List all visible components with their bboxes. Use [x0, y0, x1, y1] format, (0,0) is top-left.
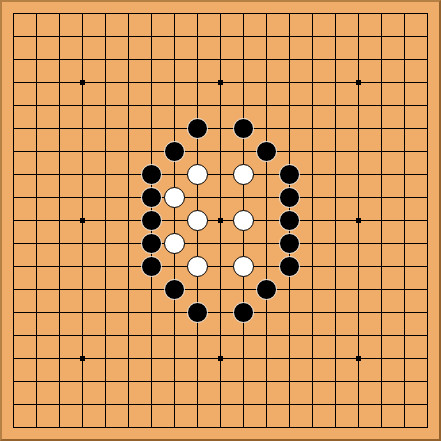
point-F19[interactable]: [117, 2, 140, 25]
point-A16[interactable]: [2, 71, 25, 94]
point-N5[interactable]: [278, 324, 301, 347]
point-L5[interactable]: [232, 324, 255, 347]
point-D10[interactable]: [71, 209, 94, 232]
point-R11[interactable]: [370, 186, 393, 209]
point-C12[interactable]: [48, 163, 71, 186]
point-A11[interactable]: [2, 186, 25, 209]
point-H17[interactable]: [163, 48, 186, 71]
point-L6[interactable]: [232, 301, 255, 324]
point-S17[interactable]: [393, 48, 416, 71]
point-L3[interactable]: [232, 370, 255, 393]
point-O15[interactable]: [301, 94, 324, 117]
point-T18[interactable]: [416, 25, 439, 48]
point-E15[interactable]: [94, 94, 117, 117]
point-Q8[interactable]: [347, 255, 370, 278]
point-N13[interactable]: [278, 140, 301, 163]
point-J16[interactable]: [186, 71, 209, 94]
point-M15[interactable]: [255, 94, 278, 117]
point-M6[interactable]: [255, 301, 278, 324]
point-S2[interactable]: [393, 393, 416, 416]
point-O8[interactable]: [301, 255, 324, 278]
point-C6[interactable]: [48, 301, 71, 324]
point-N1[interactable]: [278, 416, 301, 439]
point-S16[interactable]: [393, 71, 416, 94]
point-B11[interactable]: [25, 186, 48, 209]
point-A19[interactable]: [2, 2, 25, 25]
point-H11[interactable]: [163, 186, 186, 209]
point-J14[interactable]: [186, 117, 209, 140]
point-R13[interactable]: [370, 140, 393, 163]
point-L2[interactable]: [232, 393, 255, 416]
point-C17[interactable]: [48, 48, 71, 71]
point-P7[interactable]: [324, 278, 347, 301]
point-O1[interactable]: [301, 416, 324, 439]
point-H7[interactable]: [163, 278, 186, 301]
point-L10[interactable]: [232, 209, 255, 232]
point-J19[interactable]: [186, 2, 209, 25]
point-D16[interactable]: [71, 71, 94, 94]
point-L9[interactable]: [232, 232, 255, 255]
point-C7[interactable]: [48, 278, 71, 301]
point-S15[interactable]: [393, 94, 416, 117]
point-Q5[interactable]: [347, 324, 370, 347]
point-T10[interactable]: [416, 209, 439, 232]
point-A12[interactable]: [2, 163, 25, 186]
point-F4[interactable]: [117, 347, 140, 370]
point-A6[interactable]: [2, 301, 25, 324]
point-A14[interactable]: [2, 117, 25, 140]
point-B3[interactable]: [25, 370, 48, 393]
point-C2[interactable]: [48, 393, 71, 416]
point-P6[interactable]: [324, 301, 347, 324]
point-A7[interactable]: [2, 278, 25, 301]
point-T13[interactable]: [416, 140, 439, 163]
point-K2[interactable]: [209, 393, 232, 416]
point-G7[interactable]: [140, 278, 163, 301]
point-K18[interactable]: [209, 25, 232, 48]
point-R17[interactable]: [370, 48, 393, 71]
point-T19[interactable]: [416, 2, 439, 25]
point-J10[interactable]: [186, 209, 209, 232]
point-D5[interactable]: [71, 324, 94, 347]
point-C11[interactable]: [48, 186, 71, 209]
point-Q18[interactable]: [347, 25, 370, 48]
point-E11[interactable]: [94, 186, 117, 209]
point-G11[interactable]: [140, 186, 163, 209]
point-Q13[interactable]: [347, 140, 370, 163]
point-K19[interactable]: [209, 2, 232, 25]
point-J12[interactable]: [186, 163, 209, 186]
point-R1[interactable]: [370, 416, 393, 439]
point-L16[interactable]: [232, 71, 255, 94]
point-T17[interactable]: [416, 48, 439, 71]
point-L1[interactable]: [232, 416, 255, 439]
point-O10[interactable]: [301, 209, 324, 232]
point-P9[interactable]: [324, 232, 347, 255]
point-G15[interactable]: [140, 94, 163, 117]
point-R16[interactable]: [370, 71, 393, 94]
point-Q4[interactable]: [347, 347, 370, 370]
point-E12[interactable]: [94, 163, 117, 186]
point-L14[interactable]: [232, 117, 255, 140]
point-F14[interactable]: [117, 117, 140, 140]
point-N6[interactable]: [278, 301, 301, 324]
point-Q1[interactable]: [347, 416, 370, 439]
point-M16[interactable]: [255, 71, 278, 94]
point-C16[interactable]: [48, 71, 71, 94]
point-F11[interactable]: [117, 186, 140, 209]
point-H9[interactable]: [163, 232, 186, 255]
point-S1[interactable]: [393, 416, 416, 439]
point-R5[interactable]: [370, 324, 393, 347]
point-R2[interactable]: [370, 393, 393, 416]
point-Q10[interactable]: [347, 209, 370, 232]
point-T12[interactable]: [416, 163, 439, 186]
point-N4[interactable]: [278, 347, 301, 370]
point-F6[interactable]: [117, 301, 140, 324]
point-J1[interactable]: [186, 416, 209, 439]
point-C5[interactable]: [48, 324, 71, 347]
point-K6[interactable]: [209, 301, 232, 324]
point-D11[interactable]: [71, 186, 94, 209]
point-D18[interactable]: [71, 25, 94, 48]
point-G17[interactable]: [140, 48, 163, 71]
point-S14[interactable]: [393, 117, 416, 140]
point-J17[interactable]: [186, 48, 209, 71]
point-K7[interactable]: [209, 278, 232, 301]
point-E8[interactable]: [94, 255, 117, 278]
point-D7[interactable]: [71, 278, 94, 301]
point-J4[interactable]: [186, 347, 209, 370]
point-D8[interactable]: [71, 255, 94, 278]
point-M8[interactable]: [255, 255, 278, 278]
point-J8[interactable]: [186, 255, 209, 278]
point-L12[interactable]: [232, 163, 255, 186]
point-C3[interactable]: [48, 370, 71, 393]
point-R15[interactable]: [370, 94, 393, 117]
point-A1[interactable]: [2, 416, 25, 439]
point-B9[interactable]: [25, 232, 48, 255]
point-P1[interactable]: [324, 416, 347, 439]
point-K12[interactable]: [209, 163, 232, 186]
point-F5[interactable]: [117, 324, 140, 347]
point-G9[interactable]: [140, 232, 163, 255]
point-O14[interactable]: [301, 117, 324, 140]
point-C1[interactable]: [48, 416, 71, 439]
point-E14[interactable]: [94, 117, 117, 140]
point-P18[interactable]: [324, 25, 347, 48]
point-F9[interactable]: [117, 232, 140, 255]
point-O16[interactable]: [301, 71, 324, 94]
point-H6[interactable]: [163, 301, 186, 324]
point-E16[interactable]: [94, 71, 117, 94]
point-K9[interactable]: [209, 232, 232, 255]
point-J15[interactable]: [186, 94, 209, 117]
point-M18[interactable]: [255, 25, 278, 48]
point-S7[interactable]: [393, 278, 416, 301]
point-K3[interactable]: [209, 370, 232, 393]
point-Q12[interactable]: [347, 163, 370, 186]
point-K13[interactable]: [209, 140, 232, 163]
point-J18[interactable]: [186, 25, 209, 48]
point-B8[interactable]: [25, 255, 48, 278]
point-O17[interactable]: [301, 48, 324, 71]
point-N15[interactable]: [278, 94, 301, 117]
point-A4[interactable]: [2, 347, 25, 370]
point-N17[interactable]: [278, 48, 301, 71]
point-B12[interactable]: [25, 163, 48, 186]
point-E3[interactable]: [94, 370, 117, 393]
point-B2[interactable]: [25, 393, 48, 416]
point-G14[interactable]: [140, 117, 163, 140]
point-R12[interactable]: [370, 163, 393, 186]
point-T7[interactable]: [416, 278, 439, 301]
point-F1[interactable]: [117, 416, 140, 439]
point-D3[interactable]: [71, 370, 94, 393]
point-M11[interactable]: [255, 186, 278, 209]
point-J6[interactable]: [186, 301, 209, 324]
point-A15[interactable]: [2, 94, 25, 117]
point-Q3[interactable]: [347, 370, 370, 393]
point-M12[interactable]: [255, 163, 278, 186]
point-O3[interactable]: [301, 370, 324, 393]
point-K8[interactable]: [209, 255, 232, 278]
point-E1[interactable]: [94, 416, 117, 439]
point-L13[interactable]: [232, 140, 255, 163]
point-B4[interactable]: [25, 347, 48, 370]
point-Q11[interactable]: [347, 186, 370, 209]
point-G2[interactable]: [140, 393, 163, 416]
point-N16[interactable]: [278, 71, 301, 94]
point-P15[interactable]: [324, 94, 347, 117]
point-N7[interactable]: [278, 278, 301, 301]
point-A2[interactable]: [2, 393, 25, 416]
point-P11[interactable]: [324, 186, 347, 209]
point-J3[interactable]: [186, 370, 209, 393]
point-K17[interactable]: [209, 48, 232, 71]
point-F2[interactable]: [117, 393, 140, 416]
point-Q9[interactable]: [347, 232, 370, 255]
point-P17[interactable]: [324, 48, 347, 71]
point-R8[interactable]: [370, 255, 393, 278]
point-S19[interactable]: [393, 2, 416, 25]
point-T3[interactable]: [416, 370, 439, 393]
point-S6[interactable]: [393, 301, 416, 324]
point-P13[interactable]: [324, 140, 347, 163]
point-R4[interactable]: [370, 347, 393, 370]
point-P3[interactable]: [324, 370, 347, 393]
point-T5[interactable]: [416, 324, 439, 347]
point-N9[interactable]: [278, 232, 301, 255]
point-H15[interactable]: [163, 94, 186, 117]
point-F3[interactable]: [117, 370, 140, 393]
point-C10[interactable]: [48, 209, 71, 232]
point-H18[interactable]: [163, 25, 186, 48]
point-R7[interactable]: [370, 278, 393, 301]
point-A10[interactable]: [2, 209, 25, 232]
point-T9[interactable]: [416, 232, 439, 255]
point-E10[interactable]: [94, 209, 117, 232]
point-L4[interactable]: [232, 347, 255, 370]
point-F12[interactable]: [117, 163, 140, 186]
point-F13[interactable]: [117, 140, 140, 163]
point-Q16[interactable]: [347, 71, 370, 94]
point-F8[interactable]: [117, 255, 140, 278]
point-C4[interactable]: [48, 347, 71, 370]
point-S5[interactable]: [393, 324, 416, 347]
point-S4[interactable]: [393, 347, 416, 370]
point-P8[interactable]: [324, 255, 347, 278]
point-N2[interactable]: [278, 393, 301, 416]
point-E6[interactable]: [94, 301, 117, 324]
point-T4[interactable]: [416, 347, 439, 370]
point-J9[interactable]: [186, 232, 209, 255]
point-K16[interactable]: [209, 71, 232, 94]
point-N10[interactable]: [278, 209, 301, 232]
point-C14[interactable]: [48, 117, 71, 140]
point-T1[interactable]: [416, 416, 439, 439]
point-O2[interactable]: [301, 393, 324, 416]
point-F17[interactable]: [117, 48, 140, 71]
point-S10[interactable]: [393, 209, 416, 232]
point-J2[interactable]: [186, 393, 209, 416]
point-B16[interactable]: [25, 71, 48, 94]
point-C15[interactable]: [48, 94, 71, 117]
point-S3[interactable]: [393, 370, 416, 393]
point-O5[interactable]: [301, 324, 324, 347]
point-L15[interactable]: [232, 94, 255, 117]
point-K1[interactable]: [209, 416, 232, 439]
point-N8[interactable]: [278, 255, 301, 278]
point-N14[interactable]: [278, 117, 301, 140]
point-J13[interactable]: [186, 140, 209, 163]
point-M4[interactable]: [255, 347, 278, 370]
point-O6[interactable]: [301, 301, 324, 324]
point-D13[interactable]: [71, 140, 94, 163]
point-L7[interactable]: [232, 278, 255, 301]
point-F18[interactable]: [117, 25, 140, 48]
point-L18[interactable]: [232, 25, 255, 48]
point-M2[interactable]: [255, 393, 278, 416]
point-G1[interactable]: [140, 416, 163, 439]
point-G16[interactable]: [140, 71, 163, 94]
point-T8[interactable]: [416, 255, 439, 278]
point-K5[interactable]: [209, 324, 232, 347]
point-B19[interactable]: [25, 2, 48, 25]
point-H14[interactable]: [163, 117, 186, 140]
point-D1[interactable]: [71, 416, 94, 439]
point-M9[interactable]: [255, 232, 278, 255]
point-H12[interactable]: [163, 163, 186, 186]
point-D14[interactable]: [71, 117, 94, 140]
point-F7[interactable]: [117, 278, 140, 301]
point-O19[interactable]: [301, 2, 324, 25]
point-M1[interactable]: [255, 416, 278, 439]
point-G12[interactable]: [140, 163, 163, 186]
point-J7[interactable]: [186, 278, 209, 301]
point-G8[interactable]: [140, 255, 163, 278]
point-H16[interactable]: [163, 71, 186, 94]
point-H3[interactable]: [163, 370, 186, 393]
point-D17[interactable]: [71, 48, 94, 71]
point-R14[interactable]: [370, 117, 393, 140]
point-G3[interactable]: [140, 370, 163, 393]
point-Q17[interactable]: [347, 48, 370, 71]
point-Q19[interactable]: [347, 2, 370, 25]
point-O13[interactable]: [301, 140, 324, 163]
point-H10[interactable]: [163, 209, 186, 232]
point-H5[interactable]: [163, 324, 186, 347]
point-E5[interactable]: [94, 324, 117, 347]
point-H19[interactable]: [163, 2, 186, 25]
point-D9[interactable]: [71, 232, 94, 255]
point-G13[interactable]: [140, 140, 163, 163]
point-E9[interactable]: [94, 232, 117, 255]
point-H1[interactable]: [163, 416, 186, 439]
point-M7[interactable]: [255, 278, 278, 301]
point-N12[interactable]: [278, 163, 301, 186]
point-R18[interactable]: [370, 25, 393, 48]
point-B15[interactable]: [25, 94, 48, 117]
point-E17[interactable]: [94, 48, 117, 71]
point-M13[interactable]: [255, 140, 278, 163]
point-E19[interactable]: [94, 2, 117, 25]
point-E13[interactable]: [94, 140, 117, 163]
point-Q2[interactable]: [347, 393, 370, 416]
point-S11[interactable]: [393, 186, 416, 209]
point-A18[interactable]: [2, 25, 25, 48]
point-K14[interactable]: [209, 117, 232, 140]
point-T6[interactable]: [416, 301, 439, 324]
point-A13[interactable]: [2, 140, 25, 163]
point-L19[interactable]: [232, 2, 255, 25]
point-N3[interactable]: [278, 370, 301, 393]
point-R9[interactable]: [370, 232, 393, 255]
point-D19[interactable]: [71, 2, 94, 25]
point-O7[interactable]: [301, 278, 324, 301]
point-G10[interactable]: [140, 209, 163, 232]
point-N19[interactable]: [278, 2, 301, 25]
point-A17[interactable]: [2, 48, 25, 71]
point-M19[interactable]: [255, 2, 278, 25]
point-Q15[interactable]: [347, 94, 370, 117]
point-A5[interactable]: [2, 324, 25, 347]
point-S13[interactable]: [393, 140, 416, 163]
point-T14[interactable]: [416, 117, 439, 140]
point-J11[interactable]: [186, 186, 209, 209]
point-B17[interactable]: [25, 48, 48, 71]
point-C18[interactable]: [48, 25, 71, 48]
point-B7[interactable]: [25, 278, 48, 301]
point-M3[interactable]: [255, 370, 278, 393]
point-N11[interactable]: [278, 186, 301, 209]
point-B6[interactable]: [25, 301, 48, 324]
point-Q6[interactable]: [347, 301, 370, 324]
point-E4[interactable]: [94, 347, 117, 370]
point-P12[interactable]: [324, 163, 347, 186]
point-K11[interactable]: [209, 186, 232, 209]
point-T15[interactable]: [416, 94, 439, 117]
point-D2[interactable]: [71, 393, 94, 416]
point-G18[interactable]: [140, 25, 163, 48]
point-A8[interactable]: [2, 255, 25, 278]
point-O11[interactable]: [301, 186, 324, 209]
point-M10[interactable]: [255, 209, 278, 232]
point-O9[interactable]: [301, 232, 324, 255]
point-G6[interactable]: [140, 301, 163, 324]
point-F15[interactable]: [117, 94, 140, 117]
point-S9[interactable]: [393, 232, 416, 255]
